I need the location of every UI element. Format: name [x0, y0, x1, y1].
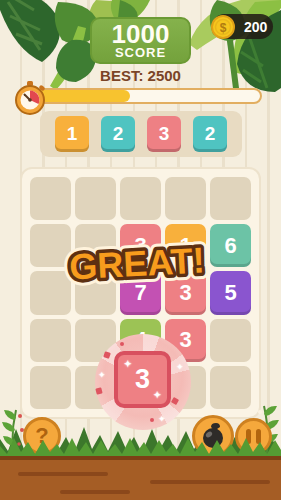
active-tile[interactable]: 3 ✦ ✦	[114, 351, 171, 408]
praise-banner: GREAT! GREAT!	[60, 227, 213, 299]
grid-cell[interactable]	[210, 177, 251, 220]
sparkle-icon: ✦	[176, 362, 184, 372]
wood-grain	[60, 490, 130, 494]
grid-cell[interactable]	[120, 177, 161, 220]
grid-cell[interactable]: 6	[210, 224, 251, 267]
confetti-piece	[120, 342, 124, 346]
timer-progress-bar	[34, 88, 262, 104]
grid-cell[interactable]	[30, 366, 71, 409]
wood-grain	[150, 480, 270, 484]
timer-progress-fill	[36, 90, 130, 102]
grid-cell[interactable]	[75, 177, 116, 220]
game-screen: 1000 SCORE $ 200 BEST: 2500 1232 3167354…	[0, 0, 281, 500]
queue-tile[interactable]: 3	[147, 116, 181, 152]
grid-cell[interactable]	[210, 366, 251, 409]
wood-grain	[18, 472, 108, 476]
sparkle-icon: ✦	[124, 359, 132, 369]
grid-cell[interactable]: 5	[210, 271, 251, 314]
grid-cell[interactable]	[30, 319, 71, 362]
score-panel: 1000 SCORE	[90, 17, 191, 64]
score-label: SCORE	[115, 46, 166, 60]
sparkle-icon: ✦	[98, 370, 106, 380]
confetti-piece	[150, 418, 154, 422]
grid-cell[interactable]	[165, 177, 206, 220]
queue-tile[interactable]: 2	[101, 116, 135, 152]
wood-floor	[0, 456, 281, 500]
svg-text:$: $	[220, 20, 227, 34]
sparkle-icon: ✦	[153, 390, 161, 400]
grid-cell[interactable]	[30, 177, 71, 220]
coin-counter[interactable]: $ 200	[212, 14, 273, 39]
active-tile-value: 3	[135, 364, 150, 395]
score-value: 1000	[112, 22, 170, 46]
queue-tile[interactable]: 1	[55, 116, 89, 152]
stopwatch-icon	[11, 79, 49, 117]
praise-text: GREAT!	[68, 239, 205, 287]
sparkle-icon: ✦	[158, 414, 166, 424]
grid-cell[interactable]	[210, 319, 251, 362]
queue-tile[interactable]: 2	[193, 116, 227, 152]
coin-icon: $	[210, 14, 236, 40]
coin-amount: 200	[244, 19, 267, 35]
queue-tray: 1232	[40, 111, 242, 157]
